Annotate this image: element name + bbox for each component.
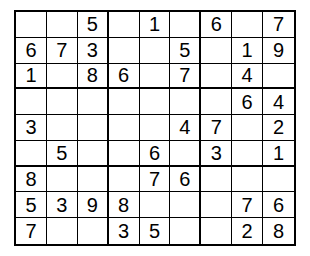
cell-r8c3[interactable]: 9 [78,192,109,218]
cell-r6c2[interactable]: 5 [47,141,78,167]
cell-r8c5[interactable] [140,192,171,218]
cell-r7c7[interactable] [201,167,232,193]
cell-r9c5[interactable]: 5 [140,218,171,244]
cell-r2c7[interactable] [201,38,232,64]
cell-r3c6[interactable]: 7 [170,64,201,90]
cell-r6c3[interactable] [78,141,109,167]
cell-r2c2[interactable]: 7 [47,38,78,64]
cell-r3c5[interactable] [140,64,171,90]
cell-r8c4[interactable]: 8 [109,192,140,218]
cell-r9c4[interactable]: 3 [109,218,140,244]
cell-r4c2[interactable] [47,89,78,115]
cell-r7c9[interactable] [263,167,294,193]
cell-r6c7[interactable]: 3 [201,141,232,167]
cell-r3c7[interactable] [201,64,232,90]
cell-r3c1[interactable]: 1 [16,64,47,90]
cell-r2c5[interactable] [140,38,171,64]
cell-r7c6[interactable]: 6 [170,167,201,193]
cell-r7c2[interactable] [47,167,78,193]
cell-r7c3[interactable] [78,167,109,193]
cell-r5c8[interactable] [232,115,263,141]
cell-r4c3[interactable] [78,89,109,115]
cell-r3c9[interactable] [263,64,294,90]
cell-r1c5[interactable]: 1 [140,12,171,38]
cell-r2c6[interactable]: 5 [170,38,201,64]
cell-r8c7[interactable] [201,192,232,218]
cell-r2c3[interactable]: 3 [78,38,109,64]
cell-r4c6[interactable] [170,89,201,115]
cell-r1c8[interactable] [232,12,263,38]
cell-r1c2[interactable] [47,12,78,38]
cell-r5c3[interactable] [78,115,109,141]
cell-r6c4[interactable] [109,141,140,167]
cell-r5c1[interactable]: 3 [16,115,47,141]
cell-r9c8[interactable]: 2 [232,218,263,244]
cell-r1c4[interactable] [109,12,140,38]
cell-r5c7[interactable]: 7 [201,115,232,141]
cell-r1c6[interactable] [170,12,201,38]
cell-r1c9[interactable]: 7 [263,12,294,38]
cell-r5c6[interactable]: 4 [170,115,201,141]
cell-r6c5[interactable]: 6 [140,141,171,167]
cell-r4c7[interactable] [201,89,232,115]
cell-r4c8[interactable]: 6 [232,89,263,115]
cell-r5c5[interactable] [140,115,171,141]
cell-r9c3[interactable] [78,218,109,244]
cell-r2c9[interactable]: 9 [263,38,294,64]
cell-r9c6[interactable] [170,218,201,244]
cell-r2c1[interactable]: 6 [16,38,47,64]
cell-r7c4[interactable] [109,167,140,193]
cell-r3c2[interactable] [47,64,78,90]
cell-r3c4[interactable]: 6 [109,64,140,90]
cell-r9c7[interactable] [201,218,232,244]
cell-r8c6[interactable] [170,192,201,218]
cell-r2c8[interactable]: 1 [232,38,263,64]
cell-r6c1[interactable] [16,141,47,167]
cell-r7c8[interactable] [232,167,263,193]
cell-r6c6[interactable] [170,141,201,167]
sudoku-page: 516767351918674643472563187653987673528 [0,0,310,256]
cell-r8c1[interactable]: 5 [16,192,47,218]
cell-r5c2[interactable] [47,115,78,141]
cell-r4c4[interactable] [109,89,140,115]
cell-r9c9[interactable]: 8 [263,218,294,244]
cell-r4c9[interactable]: 4 [263,89,294,115]
cell-r3c3[interactable]: 8 [78,64,109,90]
cell-r3c8[interactable]: 4 [232,64,263,90]
cell-r8c8[interactable]: 7 [232,192,263,218]
cell-r1c1[interactable] [16,12,47,38]
cell-r9c1[interactable]: 7 [16,218,47,244]
cell-r8c2[interactable]: 3 [47,192,78,218]
sudoku-board: 516767351918674643472563187653987673528 [14,10,296,246]
cell-r9c2[interactable] [47,218,78,244]
cell-r7c1[interactable]: 8 [16,167,47,193]
cell-r6c8[interactable] [232,141,263,167]
cell-r7c5[interactable]: 7 [140,167,171,193]
cell-r1c3[interactable]: 5 [78,12,109,38]
cell-r5c4[interactable] [109,115,140,141]
cell-r4c1[interactable] [16,89,47,115]
cell-r2c4[interactable] [109,38,140,64]
cell-r8c9[interactable]: 6 [263,192,294,218]
cell-r4c5[interactable] [140,89,171,115]
cell-r1c7[interactable]: 6 [201,12,232,38]
cell-r5c9[interactable]: 2 [263,115,294,141]
cell-r6c9[interactable]: 1 [263,141,294,167]
